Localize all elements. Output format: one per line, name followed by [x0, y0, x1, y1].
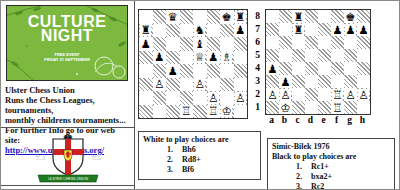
- square-d3: [305, 75, 318, 88]
- chess-piece: ♝: [194, 38, 205, 50]
- chess-piece: ♟: [208, 51, 219, 63]
- move-text: Rd8+: [182, 155, 201, 165]
- chess-board-right: ♜♚♜♟♟♟♟♟♙♙♖♙♙♔♖: [265, 9, 371, 115]
- square-c7: ♜: [292, 23, 305, 36]
- square-h2: ♙: [234, 91, 248, 105]
- square-d1: [305, 101, 318, 114]
- chess-piece: ♞: [194, 24, 205, 36]
- square-b3: ♙: [153, 78, 167, 92]
- square-f1: ♖: [331, 101, 344, 114]
- square-d5: [305, 49, 318, 62]
- chess-piece: ♙: [280, 89, 291, 101]
- square-e2: [193, 91, 207, 105]
- culture-night-poster: CULTURE NIGHT FREE EVENT FRIDAY 21 SEPTE…: [6, 5, 128, 81]
- square-c7: [166, 24, 180, 38]
- move-choice-3: 3.Rc2: [296, 182, 390, 190]
- square-b8: [279, 10, 292, 23]
- rank-label-4: 4: [252, 61, 263, 74]
- square-g2: ♙: [344, 88, 357, 101]
- chess-piece: ♗: [221, 51, 232, 63]
- rank-label-7: 7: [252, 22, 263, 35]
- chess-piece: ♜: [293, 24, 304, 36]
- square-f5: [331, 49, 344, 62]
- svg-text:♘: ♘: [32, 145, 46, 164]
- square-c2: [292, 88, 305, 101]
- rank-label-2: 2: [252, 87, 263, 100]
- square-d8: [180, 10, 194, 24]
- move-text: bxa2+: [311, 172, 332, 182]
- square-f7: [207, 24, 221, 38]
- square-e7: ♞: [193, 24, 207, 38]
- square-f3: [207, 78, 221, 92]
- square-g3: [220, 78, 234, 92]
- square-d7: [305, 23, 318, 36]
- square-c8: ♛: [166, 10, 180, 24]
- square-c8: ♜: [292, 10, 305, 23]
- square-g5: [344, 49, 357, 62]
- square-e4: [318, 62, 331, 75]
- crest-banner-text: ULSTER CHESS UNION: [47, 177, 88, 181]
- square-h8: [357, 10, 370, 23]
- poster-subtext: FREE EVENT FRIDAY 21 SEPTEMBER: [7, 52, 127, 62]
- square-d7: [180, 24, 194, 38]
- square-e1: [318, 101, 331, 114]
- square-c2: [166, 91, 180, 105]
- square-b1: [153, 105, 167, 119]
- square-h3: [234, 78, 248, 92]
- move-choice-2: 2.Rd8+: [167, 155, 256, 165]
- move-text: Bh6: [182, 145, 196, 155]
- square-e7: [318, 23, 331, 36]
- square-b7: [153, 24, 167, 38]
- square-h3: [357, 75, 370, 88]
- square-a2: ♙: [266, 88, 279, 101]
- move-number: 3.: [167, 165, 175, 175]
- square-d4: [180, 64, 194, 78]
- move-number: 1.: [167, 145, 175, 155]
- square-c5: [292, 49, 305, 62]
- file-label-b: b: [278, 115, 291, 127]
- square-c1: [166, 105, 180, 119]
- chess-piece: ♟: [154, 51, 165, 63]
- square-a5: [139, 51, 153, 65]
- square-g3: [344, 75, 357, 88]
- square-f8: [331, 10, 344, 23]
- square-g2: [220, 91, 234, 105]
- square-e6: ♝: [193, 37, 207, 51]
- square-g4: [220, 64, 234, 78]
- square-f6: [331, 36, 344, 49]
- chess-piece: ♙: [358, 89, 369, 101]
- org-line1: Runs the Chess Leagues, tournaments,: [5, 95, 132, 115]
- square-a8: [266, 10, 279, 23]
- square-b3: ♟: [279, 75, 292, 88]
- chess-piece: ♚: [221, 11, 232, 23]
- square-b2: ♙: [279, 88, 292, 101]
- square-e3: [318, 75, 331, 88]
- square-f3: [331, 75, 344, 88]
- chess-piece: ♖: [208, 105, 219, 117]
- file-label-d: d: [304, 115, 317, 127]
- square-d4: [305, 62, 318, 75]
- rank-label-3: 3: [252, 74, 263, 87]
- chess-piece: ♟: [332, 24, 343, 36]
- square-g7: ♟: [344, 23, 357, 36]
- square-d2: [180, 91, 194, 105]
- org-name: Ulster Chess Union: [5, 85, 132, 95]
- chess-piece: ♟: [267, 63, 278, 75]
- left-panel: CULTURE NIGHT FREE EVENT FRIDAY 21 SEPTE…: [1, 1, 135, 189]
- square-f1: ♖: [207, 105, 221, 119]
- move-text: Bf6: [182, 165, 194, 175]
- square-b5: [279, 49, 292, 62]
- square-d5: [180, 51, 194, 65]
- file-label-g: g: [343, 115, 356, 127]
- square-a8: [139, 10, 153, 24]
- file-label-a: a: [265, 115, 278, 127]
- chess-piece: ♙: [235, 92, 246, 104]
- square-b6: [153, 37, 167, 51]
- chess-piece: ♙: [208, 92, 219, 104]
- file-labels: abcdefgh: [265, 115, 369, 127]
- right-caption-game: Simic-Bilek 1976: [272, 142, 390, 152]
- square-b2: [153, 91, 167, 105]
- square-c3: [166, 78, 180, 92]
- move-choice-1: 1.Bh6: [167, 145, 256, 155]
- square-d3: [180, 78, 194, 92]
- square-e5: ♕: [193, 51, 207, 65]
- move-number: 2.: [167, 155, 175, 165]
- rank-label-6: 6: [252, 35, 263, 48]
- square-f4: [331, 62, 344, 75]
- rank-label-1: 1: [252, 100, 263, 113]
- square-g1: ♔: [220, 105, 234, 119]
- square-e6: [318, 36, 331, 49]
- square-e1: [193, 105, 207, 119]
- square-a7: ♜: [139, 24, 153, 38]
- square-e2: [318, 88, 331, 101]
- file-label-h: h: [356, 115, 369, 127]
- square-a3: [266, 75, 279, 88]
- square-g8: ♚: [220, 10, 234, 24]
- square-b1: ♔: [279, 101, 292, 114]
- square-f5: ♟: [207, 51, 221, 65]
- square-c3: [292, 75, 305, 88]
- square-f8: [207, 10, 221, 24]
- square-f2: ♖: [331, 88, 344, 101]
- square-h6: [357, 36, 370, 49]
- right-move-choices: 1.Rc1+2.bxa2+3.Rc2: [272, 162, 390, 190]
- square-e8: [318, 10, 331, 23]
- square-h7: ♟: [357, 23, 370, 36]
- chess-piece: ♖: [332, 89, 343, 101]
- chess-piece: ♜: [235, 11, 246, 23]
- square-d8: [305, 10, 318, 23]
- square-h6: [234, 37, 248, 51]
- square-g1: [344, 101, 357, 114]
- square-a1: [139, 105, 153, 119]
- square-d6: [180, 37, 194, 51]
- move-choice-1: 1.Rc1+: [296, 162, 390, 172]
- chess-piece: ♕: [194, 51, 205, 63]
- rank-labels: 87654321: [252, 9, 263, 113]
- chess-piece: ♙: [267, 89, 278, 101]
- chess-piece: ♟: [235, 24, 246, 36]
- move-number: 1.: [296, 162, 304, 172]
- rank-label-8: 8: [252, 9, 263, 22]
- square-c6: [166, 37, 180, 51]
- square-a4: ♟: [266, 62, 279, 75]
- svg-text:♘: ♘: [88, 145, 102, 164]
- square-b4: [153, 64, 167, 78]
- square-d1: ♖: [180, 105, 194, 119]
- square-e8: [193, 10, 207, 24]
- chess-piece: ♟: [280, 76, 291, 88]
- poster-subtext-line2: FRIDAY 21 SEPTEMBER: [7, 57, 127, 62]
- right-puzzle-caption: Simic-Bilek 1976 Black to play choices a…: [267, 138, 395, 190]
- square-a6: [266, 36, 279, 49]
- file-label-e: e: [317, 115, 330, 127]
- chess-piece: ♔: [221, 105, 232, 117]
- square-f6: [207, 37, 221, 51]
- square-c4: ♟: [166, 64, 180, 78]
- square-h1: [357, 101, 370, 114]
- left-caption-title: White to play choices are: [143, 135, 256, 145]
- chess-piece: ♖: [181, 105, 192, 117]
- square-h5: [234, 51, 248, 65]
- square-e3: ♙: [193, 78, 207, 92]
- square-h4: [234, 64, 248, 78]
- move-text: Rc1+: [311, 162, 329, 172]
- square-h4: [357, 62, 370, 75]
- org-line2: monthly childrens tournaments...: [5, 115, 132, 125]
- chess-piece: ♛: [167, 11, 178, 23]
- file-label-f: f: [330, 115, 343, 127]
- square-g6: [344, 36, 357, 49]
- chess-piece: ♟: [358, 24, 369, 36]
- square-b7: [279, 23, 292, 36]
- square-c5: [166, 51, 180, 65]
- square-g7: [220, 24, 234, 38]
- square-a3: [139, 78, 153, 92]
- square-a6: ♟: [139, 37, 153, 51]
- square-g5: ♗: [220, 51, 234, 65]
- square-g8: ♚: [344, 10, 357, 23]
- poster-title: CULTURE NIGHT: [7, 15, 127, 43]
- ulster-chess-union-crest: ♘ ♘ ♚ ULSTER CHESS UNION: [26, 130, 110, 184]
- chess-piece: ♟: [345, 24, 356, 36]
- square-d6: [305, 36, 318, 49]
- chess-piece: ♜: [140, 24, 151, 36]
- chess-piece: ♔: [280, 102, 291, 114]
- chess-piece: ♙: [345, 89, 356, 101]
- square-h5: [357, 49, 370, 62]
- chess-piece: ♜: [293, 11, 304, 23]
- square-f4: [207, 64, 221, 78]
- file-label-c: c: [291, 115, 304, 127]
- square-a1: [266, 101, 279, 114]
- square-h1: [234, 105, 248, 119]
- rank-label-5: 5: [252, 48, 263, 61]
- chess-piece: ♟: [140, 38, 151, 50]
- chess-piece: ♚: [345, 11, 356, 23]
- square-b6: [279, 36, 292, 49]
- move-number: 2.: [296, 172, 304, 182]
- square-e4: [193, 64, 207, 78]
- square-g6: [220, 37, 234, 51]
- square-d2: [305, 88, 318, 101]
- poster-title-line2: NIGHT: [7, 29, 127, 43]
- square-h7: ♟: [234, 24, 248, 38]
- square-e5: [318, 49, 331, 62]
- chess-board-left: ♛♚♜♜♞♟♟♝♟♕♟♗♟♙♙♙♙♖♖♔: [138, 9, 248, 119]
- chess-piece: ♟: [167, 65, 178, 77]
- left-puzzle-caption: White to play choices are 1.Bh62.Rd8+3.B…: [138, 131, 261, 180]
- square-b4: [279, 62, 292, 75]
- left-move-choices: 1.Bh62.Rd8+3.Bf6: [143, 145, 256, 175]
- crest-section: ♘ ♘ ♚ ULSTER CHESS UNION: [1, 127, 134, 186]
- square-b8: [153, 10, 167, 24]
- square-b5: ♟: [153, 51, 167, 65]
- square-c1: [292, 101, 305, 114]
- square-h2: ♙: [357, 88, 370, 101]
- move-choice-2: 2.bxa2+: [296, 172, 390, 182]
- square-g4: [344, 62, 357, 75]
- square-c4: [292, 62, 305, 75]
- move-number: 3.: [296, 182, 304, 190]
- square-a2: [139, 91, 153, 105]
- square-f7: ♟: [331, 23, 344, 36]
- move-choice-3: 3.Bf6: [167, 165, 256, 175]
- square-a7: [266, 23, 279, 36]
- right-caption-title: Black to play choices are: [272, 152, 390, 162]
- square-c6: [292, 36, 305, 49]
- square-h8: ♜: [234, 10, 248, 24]
- flyer-card: CULTURE NIGHT FREE EVENT FRIDAY 21 SEPTE…: [0, 0, 400, 190]
- square-f2: ♙: [207, 91, 221, 105]
- chess-piece: ♖: [332, 102, 343, 114]
- move-text: Rc2: [311, 182, 324, 190]
- square-a4: [139, 64, 153, 78]
- chess-piece: ♙: [154, 78, 165, 90]
- chess-piece: ♙: [194, 78, 205, 90]
- square-a5: [266, 49, 279, 62]
